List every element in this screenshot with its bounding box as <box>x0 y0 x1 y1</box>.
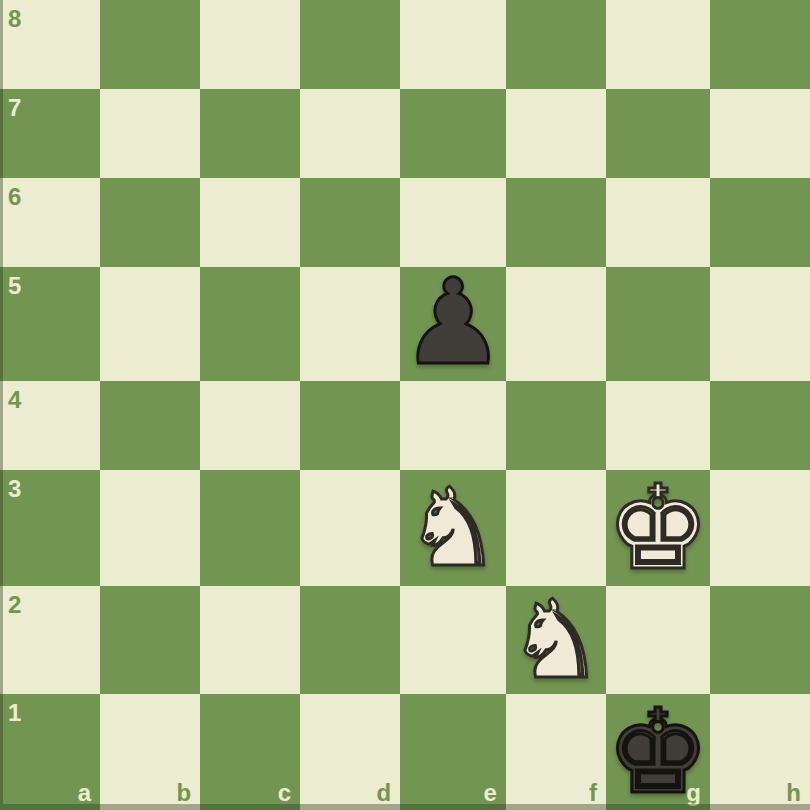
square-a7[interactable]: 7 <box>0 89 100 178</box>
rank-label-3: 3 <box>8 477 21 501</box>
square-a3[interactable]: 3 <box>0 470 100 586</box>
rank-label-5: 5 <box>8 274 21 298</box>
square-h2[interactable] <box>710 586 810 694</box>
square-f6[interactable] <box>506 178 606 267</box>
square-f1[interactable]: f <box>506 694 606 810</box>
rank-label-7: 7 <box>8 96 21 120</box>
square-d3[interactable] <box>300 470 400 586</box>
rank-label-4: 4 <box>8 388 21 412</box>
square-h6[interactable] <box>710 178 810 267</box>
square-e5[interactable]: ♟ <box>400 267 506 381</box>
file-label-d: d <box>376 781 391 805</box>
square-d1[interactable]: d <box>300 694 400 810</box>
square-a2[interactable]: 2 <box>0 586 100 694</box>
square-c4[interactable] <box>200 381 300 470</box>
square-c6[interactable] <box>200 178 300 267</box>
square-a4[interactable]: 4 <box>0 381 100 470</box>
square-g7[interactable] <box>606 89 710 178</box>
file-label-a: a <box>78 781 91 805</box>
square-b7[interactable] <box>100 89 200 178</box>
square-d2[interactable] <box>300 586 400 694</box>
square-c2[interactable] <box>200 586 300 694</box>
square-b5[interactable] <box>100 267 200 381</box>
square-c3[interactable] <box>200 470 300 586</box>
square-a8[interactable]: 8 <box>0 0 100 89</box>
file-label-f: f <box>589 781 597 805</box>
square-c1[interactable]: c <box>200 694 300 810</box>
square-e7[interactable] <box>400 89 506 178</box>
square-g2[interactable] <box>606 586 710 694</box>
square-f3[interactable] <box>506 470 606 586</box>
square-e8[interactable] <box>400 0 506 89</box>
rank-label-2: 2 <box>8 593 21 617</box>
file-label-e: e <box>484 781 497 805</box>
square-a5[interactable]: 5 <box>0 267 100 381</box>
file-label-b: b <box>176 781 191 805</box>
square-b3[interactable] <box>100 470 200 586</box>
rank-label-1: 1 <box>8 701 21 725</box>
rank-label-6: 6 <box>8 185 21 209</box>
square-c7[interactable] <box>200 89 300 178</box>
square-f2[interactable]: ♞ <box>506 586 606 694</box>
square-h8[interactable] <box>710 0 810 89</box>
square-b2[interactable] <box>100 586 200 694</box>
square-h7[interactable] <box>710 89 810 178</box>
file-label-h: h <box>786 781 801 805</box>
square-e2[interactable] <box>400 586 506 694</box>
square-h5[interactable] <box>710 267 810 381</box>
square-f4[interactable] <box>506 381 606 470</box>
square-b1[interactable]: b <box>100 694 200 810</box>
square-e1[interactable]: e <box>400 694 506 810</box>
square-f5[interactable] <box>506 267 606 381</box>
square-e3[interactable]: ♞ <box>400 470 506 586</box>
square-b4[interactable] <box>100 381 200 470</box>
black-pawn[interactable]: ♟ <box>400 263 506 381</box>
white-king[interactable]: ♚ <box>606 470 710 586</box>
square-g3[interactable]: ♚ <box>606 470 710 586</box>
square-b8[interactable] <box>100 0 200 89</box>
square-d4[interactable] <box>300 381 400 470</box>
black-king[interactable]: ♚ <box>606 694 710 810</box>
square-b6[interactable] <box>100 178 200 267</box>
square-d5[interactable] <box>300 267 400 381</box>
square-h4[interactable] <box>710 381 810 470</box>
square-g6[interactable] <box>606 178 710 267</box>
square-h1[interactable]: h <box>710 694 810 810</box>
chess-board: 8765♟43♞♚2♞1abcdefg♚h <box>0 0 810 810</box>
square-d8[interactable] <box>300 0 400 89</box>
square-g5[interactable] <box>606 267 710 381</box>
square-f7[interactable] <box>506 89 606 178</box>
square-g8[interactable] <box>606 0 710 89</box>
square-h3[interactable] <box>710 470 810 586</box>
square-d7[interactable] <box>300 89 400 178</box>
square-e4[interactable] <box>400 381 506 470</box>
white-knight[interactable]: ♞ <box>405 474 502 582</box>
square-g1[interactable]: g♚ <box>606 694 710 810</box>
square-a1[interactable]: 1a <box>0 694 100 810</box>
square-d6[interactable] <box>300 178 400 267</box>
square-c8[interactable] <box>200 0 300 89</box>
square-a6[interactable]: 6 <box>0 178 100 267</box>
file-label-c: c <box>278 781 291 805</box>
white-knight[interactable]: ♞ <box>508 586 605 694</box>
square-c5[interactable] <box>200 267 300 381</box>
rank-label-8: 8 <box>8 7 21 31</box>
square-g4[interactable] <box>606 381 710 470</box>
square-f8[interactable] <box>506 0 606 89</box>
